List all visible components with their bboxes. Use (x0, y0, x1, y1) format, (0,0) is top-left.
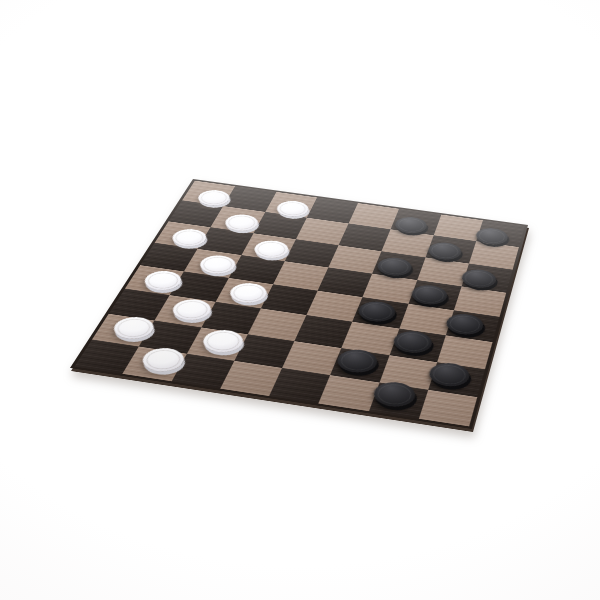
black-checker[interactable] (390, 329, 435, 355)
black-checker[interactable] (408, 283, 449, 306)
square-r8c8[interactable] (419, 390, 478, 427)
black-checker[interactable] (355, 299, 398, 323)
board-shadow-wrapper (0, 0, 600, 600)
photo-background (0, 0, 600, 600)
board (70, 179, 528, 429)
